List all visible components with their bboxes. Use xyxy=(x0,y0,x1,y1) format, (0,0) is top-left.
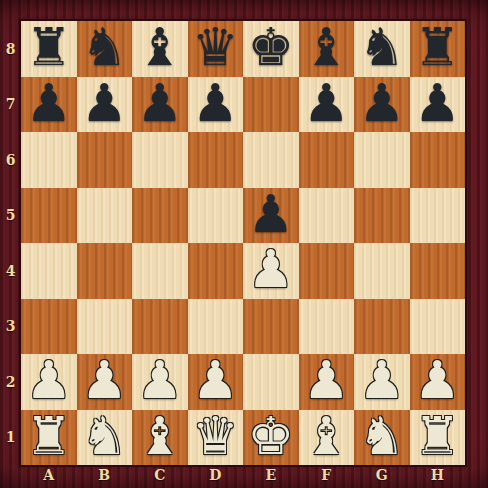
square-h2[interactable]: ♟ xyxy=(410,354,466,410)
square-g7[interactable]: ♟ xyxy=(354,77,410,133)
square-f8[interactable]: ♝ xyxy=(299,21,355,77)
square-e4[interactable]: ♟ xyxy=(243,243,299,299)
square-b1[interactable]: ♞ xyxy=(77,410,133,466)
file-label-b: B xyxy=(77,465,133,488)
piece-white-pawn[interactable]: ♟ xyxy=(303,353,350,408)
file-label-a: A xyxy=(21,465,77,488)
square-e8[interactable]: ♚ xyxy=(243,21,299,77)
square-b4[interactable] xyxy=(77,243,133,299)
square-h4[interactable] xyxy=(410,243,466,299)
square-g5[interactable] xyxy=(354,188,410,244)
square-b6[interactable] xyxy=(77,132,133,188)
piece-black-queen[interactable]: ♛ xyxy=(192,20,239,75)
rank-label-8: 8 xyxy=(0,21,21,77)
square-e5[interactable]: ♟ xyxy=(243,188,299,244)
piece-white-pawn[interactable]: ♟ xyxy=(192,353,239,408)
piece-black-king[interactable]: ♚ xyxy=(247,20,294,75)
square-f1[interactable]: ♝ xyxy=(299,410,355,466)
square-e3[interactable] xyxy=(243,299,299,355)
square-c7[interactable]: ♟ xyxy=(132,77,188,133)
piece-white-pawn[interactable]: ♟ xyxy=(25,353,72,408)
piece-black-pawn[interactable]: ♟ xyxy=(81,76,128,131)
square-d7[interactable]: ♟ xyxy=(188,77,244,133)
square-g3[interactable] xyxy=(354,299,410,355)
square-b7[interactable]: ♟ xyxy=(77,77,133,133)
file-label-c: C xyxy=(132,465,188,488)
square-a4[interactable] xyxy=(21,243,77,299)
square-h5[interactable] xyxy=(410,188,466,244)
piece-white-pawn[interactable]: ♟ xyxy=(136,353,183,408)
chessboard-frame: ♜♞♝♛♚♝♞♜♟♟♟♟♟♟♟♟♟♟♟♟♟♟♟♟♜♞♝♛♚♝♞♜ 8765432… xyxy=(0,0,488,488)
square-c2[interactable]: ♟ xyxy=(132,354,188,410)
rank-label-5: 5 xyxy=(0,188,21,244)
piece-black-rook[interactable]: ♜ xyxy=(25,20,72,75)
square-d4[interactable] xyxy=(188,243,244,299)
square-f4[interactable] xyxy=(299,243,355,299)
piece-white-king[interactable]: ♚ xyxy=(247,409,294,464)
piece-black-pawn[interactable]: ♟ xyxy=(136,76,183,131)
piece-black-pawn[interactable]: ♟ xyxy=(247,187,294,242)
square-f7[interactable]: ♟ xyxy=(299,77,355,133)
square-e7[interactable] xyxy=(243,77,299,133)
piece-white-pawn[interactable]: ♟ xyxy=(414,353,461,408)
piece-white-knight[interactable]: ♞ xyxy=(81,409,128,464)
square-g2[interactable]: ♟ xyxy=(354,354,410,410)
piece-black-knight[interactable]: ♞ xyxy=(81,20,128,75)
piece-white-bishop[interactable]: ♝ xyxy=(303,409,350,464)
square-b3[interactable] xyxy=(77,299,133,355)
square-d5[interactable] xyxy=(188,188,244,244)
square-h8[interactable]: ♜ xyxy=(410,21,466,77)
square-d6[interactable] xyxy=(188,132,244,188)
piece-white-pawn[interactable]: ♟ xyxy=(358,353,405,408)
piece-white-pawn[interactable]: ♟ xyxy=(81,353,128,408)
rank-label-4: 4 xyxy=(0,243,21,299)
square-c8[interactable]: ♝ xyxy=(132,21,188,77)
square-h6[interactable] xyxy=(410,132,466,188)
square-h7[interactable]: ♟ xyxy=(410,77,466,133)
rank-label-3: 3 xyxy=(0,299,21,355)
piece-black-bishop[interactable]: ♝ xyxy=(136,20,183,75)
square-e1[interactable]: ♚ xyxy=(243,410,299,466)
square-e6[interactable] xyxy=(243,132,299,188)
piece-black-rook[interactable]: ♜ xyxy=(414,20,461,75)
piece-white-rook[interactable]: ♜ xyxy=(414,409,461,464)
square-g6[interactable] xyxy=(354,132,410,188)
piece-white-pawn[interactable]: ♟ xyxy=(247,242,294,297)
square-a2[interactable]: ♟ xyxy=(21,354,77,410)
square-b2[interactable]: ♟ xyxy=(77,354,133,410)
square-f5[interactable] xyxy=(299,188,355,244)
square-h3[interactable] xyxy=(410,299,466,355)
file-label-f: F xyxy=(299,465,355,488)
square-a1[interactable]: ♜ xyxy=(21,410,77,466)
square-f2[interactable]: ♟ xyxy=(299,354,355,410)
square-h1[interactable]: ♜ xyxy=(410,410,466,466)
square-e2[interactable] xyxy=(243,354,299,410)
piece-black-pawn[interactable]: ♟ xyxy=(358,76,405,131)
square-b5[interactable] xyxy=(77,188,133,244)
square-d3[interactable] xyxy=(188,299,244,355)
square-f6[interactable] xyxy=(299,132,355,188)
chessboard: ♜♞♝♛♚♝♞♜♟♟♟♟♟♟♟♟♟♟♟♟♟♟♟♟♜♞♝♛♚♝♞♜ xyxy=(21,21,465,465)
rank-label-2: 2 xyxy=(0,354,21,410)
square-a6[interactable] xyxy=(21,132,77,188)
square-a5[interactable] xyxy=(21,188,77,244)
piece-white-rook[interactable]: ♜ xyxy=(25,409,72,464)
piece-white-knight[interactable]: ♞ xyxy=(358,409,405,464)
piece-black-bishop[interactable]: ♝ xyxy=(303,20,350,75)
square-g8[interactable]: ♞ xyxy=(354,21,410,77)
square-f3[interactable] xyxy=(299,299,355,355)
square-c4[interactable] xyxy=(132,243,188,299)
square-b8[interactable]: ♞ xyxy=(77,21,133,77)
file-label-d: D xyxy=(188,465,244,488)
square-a8[interactable]: ♜ xyxy=(21,21,77,77)
square-c1[interactable]: ♝ xyxy=(132,410,188,466)
square-d1[interactable]: ♛ xyxy=(188,410,244,466)
square-a3[interactable] xyxy=(21,299,77,355)
square-d8[interactable]: ♛ xyxy=(188,21,244,77)
square-d2[interactable]: ♟ xyxy=(188,354,244,410)
piece-black-pawn[interactable]: ♟ xyxy=(192,76,239,131)
piece-black-pawn[interactable]: ♟ xyxy=(25,76,72,131)
file-label-e: E xyxy=(243,465,299,488)
square-a7[interactable]: ♟ xyxy=(21,77,77,133)
square-g4[interactable] xyxy=(354,243,410,299)
piece-white-queen[interactable]: ♛ xyxy=(192,409,239,464)
piece-white-bishop[interactable]: ♝ xyxy=(136,409,183,464)
square-c3[interactable] xyxy=(132,299,188,355)
file-labels: ABCDEFGH xyxy=(21,465,465,488)
square-c5[interactable] xyxy=(132,188,188,244)
piece-black-pawn[interactable]: ♟ xyxy=(414,76,461,131)
square-c6[interactable] xyxy=(132,132,188,188)
piece-black-knight[interactable]: ♞ xyxy=(358,20,405,75)
file-label-h: H xyxy=(410,465,466,488)
rank-label-6: 6 xyxy=(0,132,21,188)
file-label-g: G xyxy=(354,465,410,488)
piece-black-pawn[interactable]: ♟ xyxy=(303,76,350,131)
rank-label-1: 1 xyxy=(0,410,21,466)
rank-labels: 87654321 xyxy=(0,21,21,465)
rank-label-7: 7 xyxy=(0,77,21,133)
square-g1[interactable]: ♞ xyxy=(354,410,410,466)
